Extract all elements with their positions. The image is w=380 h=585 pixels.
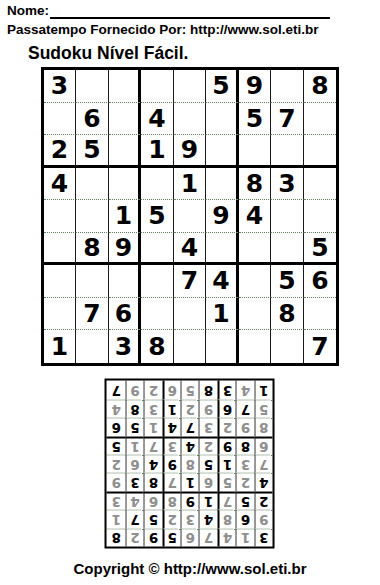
solution-cell-r5c5: 8 xyxy=(181,454,199,472)
puzzle-cell-r3c3 xyxy=(109,135,142,168)
puzzle-cell-r6c1 xyxy=(44,233,77,266)
solution-cell-r2c7: 5 xyxy=(144,509,162,527)
solution-cell-r4c5: 1 xyxy=(181,472,199,490)
solution-cell-r6c5: 4 xyxy=(181,436,199,454)
puzzle-cell-r9c7 xyxy=(239,330,272,363)
puzzle-cell-r6c8 xyxy=(271,233,304,266)
solution-cell-r2c1: 9 xyxy=(254,509,272,527)
solution-cell-r4c7: 8 xyxy=(144,472,162,490)
solution-cell-r9c3: 3 xyxy=(218,381,236,399)
solution-cell-r4c2: 2 xyxy=(236,472,254,490)
puzzle-cell-r7c5: 7 xyxy=(174,265,207,298)
name-row: Nome: xyxy=(0,0,380,19)
solution-cell-r7c7: 1 xyxy=(144,417,162,435)
puzzle-cell-r3c7 xyxy=(239,135,272,168)
solution-cell-r6c8: 1 xyxy=(126,436,144,454)
puzzle-cell-r2c4: 4 xyxy=(141,103,174,136)
puzzle-cell-r6c9: 5 xyxy=(304,233,337,266)
puzzle-cell-r7c8: 5 xyxy=(271,265,304,298)
puzzle-cell-r6c4 xyxy=(141,233,174,266)
puzzle-cell-r1c4 xyxy=(141,70,174,103)
puzzle-cell-r5c6: 9 xyxy=(206,200,239,233)
solution-cell-r9c1: 1 xyxy=(254,381,272,399)
solution-cell-r6c9: 5 xyxy=(107,436,125,454)
solution-cell-r9c6: 6 xyxy=(162,381,180,399)
puzzle-cell-r3c2: 5 xyxy=(76,135,109,168)
puzzle-cell-r7c2 xyxy=(76,265,109,298)
puzzle-cell-r6c5: 4 xyxy=(174,233,207,266)
puzzle-cell-r9c6 xyxy=(206,330,239,363)
puzzle-cell-r5c8 xyxy=(271,200,304,233)
solution-cell-r2c3: 8 xyxy=(218,509,236,527)
page-title: Sudoku Nível Fácil. xyxy=(0,38,380,63)
solution-cell-r6c7: 7 xyxy=(144,436,162,454)
solution-cell-r2c9: 1 xyxy=(107,509,125,527)
puzzle-cell-r2c5 xyxy=(174,103,207,136)
puzzle-cell-r4c3 xyxy=(109,168,142,201)
solution-cell-r1c7: 9 xyxy=(144,528,162,546)
solution-cell-r3c9: 3 xyxy=(107,491,125,509)
solution-cell-r5c9: 2 xyxy=(107,454,125,472)
solution-cell-r8c7: 3 xyxy=(144,399,162,417)
solution-cell-r5c6: 9 xyxy=(162,454,180,472)
puzzle-cell-r5c5 xyxy=(174,200,207,233)
puzzle-cell-r4c1: 4 xyxy=(44,168,77,201)
solution-cell-r6c2: 8 xyxy=(236,436,254,454)
solution-cell-r1c6: 5 xyxy=(162,528,180,546)
solution-cell-r7c4: 3 xyxy=(199,417,217,435)
solution-cell-r3c6: 8 xyxy=(162,491,180,509)
solution-cell-r5c8: 6 xyxy=(126,454,144,472)
solution-cell-r3c7: 6 xyxy=(144,491,162,509)
solution-cell-r5c1: 7 xyxy=(254,454,272,472)
puzzle-cell-r8c9 xyxy=(304,298,337,331)
puzzle-cell-r4c5: 1 xyxy=(174,168,207,201)
sudoku-puzzle-grid: 359864572519418315948945745676181387 xyxy=(41,67,340,366)
puzzle-cell-r7c6: 4 xyxy=(206,265,239,298)
puzzle-cell-r6c2: 8 xyxy=(76,233,109,266)
puzzle-cell-r8c3: 6 xyxy=(109,298,142,331)
solution-cell-r9c4: 8 xyxy=(199,381,217,399)
puzzle-cell-r1c8 xyxy=(271,70,304,103)
solution-cell-r8c3: 6 xyxy=(218,399,236,417)
solution-cell-r1c8: 2 xyxy=(126,528,144,546)
puzzle-cell-r7c9: 6 xyxy=(304,265,337,298)
puzzle-cell-r9c8 xyxy=(271,330,304,363)
puzzle-cell-r9c9: 7 xyxy=(304,330,337,363)
puzzle-cell-r6c7 xyxy=(239,233,272,266)
solution-cell-r2c5: 3 xyxy=(181,509,199,527)
puzzle-cell-r5c4: 5 xyxy=(141,200,174,233)
puzzle-cell-r1c2 xyxy=(76,70,109,103)
puzzle-cell-r1c6: 5 xyxy=(206,70,239,103)
solution-cell-r1c3: 4 xyxy=(218,528,236,546)
puzzle-cell-r4c7: 8 xyxy=(239,168,272,201)
puzzle-cell-r4c9 xyxy=(304,168,337,201)
solution-cell-r3c1: 2 xyxy=(254,491,272,509)
solution-cell-r8c6: 1 xyxy=(162,399,180,417)
puzzle-cell-r5c7: 4 xyxy=(239,200,272,233)
puzzle-cell-r8c7 xyxy=(239,298,272,331)
puzzle-cell-r8c5 xyxy=(174,298,207,331)
puzzle-cell-r9c1: 1 xyxy=(44,330,77,363)
solution-cell-r8c4: 9 xyxy=(199,399,217,417)
puzzle-cell-r6c3: 9 xyxy=(109,233,142,266)
puzzle-cell-r8c6: 1 xyxy=(206,298,239,331)
puzzle-cell-r6c6 xyxy=(206,233,239,266)
solution-cell-r8c9: 4 xyxy=(107,399,125,417)
puzzle-cell-r4c8: 3 xyxy=(271,168,304,201)
solution-cell-r2c6: 2 xyxy=(162,509,180,527)
solution-cell-r9c2: 4 xyxy=(236,381,254,399)
solution-cell-r7c6: 4 xyxy=(162,417,180,435)
puzzle-cell-r3c1: 2 xyxy=(44,135,77,168)
puzzle-cell-r2c1 xyxy=(44,103,77,136)
puzzle-cell-r9c3: 3 xyxy=(109,330,142,363)
solution-cell-r3c8: 4 xyxy=(126,491,144,509)
puzzle-cell-r4c4 xyxy=(141,168,174,201)
solution-cell-r3c4: 1 xyxy=(199,491,217,509)
puzzle-cell-r1c1: 3 xyxy=(44,70,77,103)
puzzle-cell-r7c1 xyxy=(44,265,77,298)
solution-cell-r8c8: 8 xyxy=(126,399,144,417)
solution-cell-r5c7: 4 xyxy=(144,454,162,472)
puzzle-cell-r8c8: 8 xyxy=(271,298,304,331)
solution-cell-r6c6: 3 xyxy=(162,436,180,454)
solution-cell-r4c9: 9 xyxy=(107,472,125,490)
solution-cell-r4c1: 4 xyxy=(254,472,272,490)
solution-cell-r4c3: 5 xyxy=(218,472,236,490)
puzzle-cell-r1c7: 9 xyxy=(239,70,272,103)
solution-cell-r2c2: 6 xyxy=(236,509,254,527)
solution-cell-r1c2: 1 xyxy=(236,528,254,546)
puzzle-cell-r4c6 xyxy=(206,168,239,201)
solution-cell-r1c9: 8 xyxy=(107,528,125,546)
puzzle-cell-r3c6 xyxy=(206,135,239,168)
provider-line: Passatempo Fornecido Por: http://www.sol… xyxy=(0,19,380,38)
puzzle-cell-r2c6 xyxy=(206,103,239,136)
puzzle-cell-r3c8 xyxy=(271,135,304,168)
solution-cell-r4c4: 6 xyxy=(199,472,217,490)
puzzle-cell-r8c2: 7 xyxy=(76,298,109,331)
puzzle-cell-r3c9 xyxy=(304,135,337,168)
solution-cell-r7c3: 2 xyxy=(218,417,236,435)
puzzle-cell-r8c4 xyxy=(141,298,174,331)
puzzle-cell-r4c2 xyxy=(76,168,109,201)
solution-cell-r2c8: 7 xyxy=(126,509,144,527)
solution-cell-r6c3: 9 xyxy=(218,436,236,454)
puzzle-cell-r7c4 xyxy=(141,265,174,298)
solution-cell-r4c6: 7 xyxy=(162,472,180,490)
solution-cell-r6c4: 2 xyxy=(199,436,217,454)
solution-cell-r7c5: 7 xyxy=(181,417,199,435)
puzzle-cell-r1c9: 8 xyxy=(304,70,337,103)
puzzle-cell-r5c2 xyxy=(76,200,109,233)
puzzle-cell-r2c9 xyxy=(304,103,337,136)
solution-cell-r9c8: 9 xyxy=(126,381,144,399)
solution-cell-r5c3: 1 xyxy=(218,454,236,472)
puzzle-cell-r5c3: 1 xyxy=(109,200,142,233)
puzzle-cell-r2c7: 5 xyxy=(239,103,272,136)
copyright-line: Copyright © http://www.sol.eti.br xyxy=(0,560,380,578)
solution-cell-r7c1: 8 xyxy=(254,417,272,435)
solution-cell-r7c2: 9 xyxy=(236,417,254,435)
sudoku-worksheet-page: Nome: Passatempo Fornecido Por: http://w… xyxy=(0,0,380,585)
solution-grid-area: 3147659289684325712571986434256178397315… xyxy=(0,379,380,549)
puzzle-cell-r3c4: 1 xyxy=(141,135,174,168)
solution-cell-r9c5: 5 xyxy=(181,381,199,399)
puzzle-cell-r1c5 xyxy=(174,70,207,103)
puzzle-cell-r2c8: 7 xyxy=(271,103,304,136)
solution-cell-r5c2: 3 xyxy=(236,454,254,472)
puzzle-cell-r9c2 xyxy=(76,330,109,363)
solution-cell-r9c9: 7 xyxy=(107,381,125,399)
puzzle-cell-r7c3 xyxy=(109,265,142,298)
solution-cell-r4c8: 3 xyxy=(126,472,144,490)
solution-cell-r6c1: 6 xyxy=(254,436,272,454)
name-blank-line xyxy=(50,4,330,19)
solution-cell-r8c5: 2 xyxy=(181,399,199,417)
solution-cell-r1c4: 7 xyxy=(199,528,217,546)
puzzle-cell-r1c3 xyxy=(109,70,142,103)
solution-cell-r7c9: 6 xyxy=(107,417,125,435)
solution-cell-r8c1: 5 xyxy=(254,399,272,417)
name-label: Nome: xyxy=(7,3,49,19)
puzzle-cell-r5c9 xyxy=(304,200,337,233)
puzzle-cell-r9c5 xyxy=(174,330,207,363)
puzzle-cell-r5c1 xyxy=(44,200,77,233)
puzzle-cell-r2c2: 6 xyxy=(76,103,109,136)
solution-cell-r9c7: 2 xyxy=(144,381,162,399)
puzzle-cell-r2c3 xyxy=(109,103,142,136)
solution-cell-r3c2: 5 xyxy=(236,491,254,509)
solution-cell-r3c3: 7 xyxy=(218,491,236,509)
solution-cell-r5c4: 5 xyxy=(199,454,217,472)
solution-cell-r8c2: 7 xyxy=(236,399,254,417)
solution-cell-r2c4: 4 xyxy=(199,509,217,527)
puzzle-cell-r3c5: 9 xyxy=(174,135,207,168)
solution-cell-r3c5: 9 xyxy=(181,491,199,509)
solution-cell-r1c1: 3 xyxy=(254,528,272,546)
puzzle-cell-r8c1 xyxy=(44,298,77,331)
puzzle-cell-r7c7 xyxy=(239,265,272,298)
puzzle-grid-area: 359864572519418315948945745676181387 xyxy=(0,67,380,366)
solution-cell-r1c5: 6 xyxy=(181,528,199,546)
solution-cell-r7c8: 5 xyxy=(126,417,144,435)
sudoku-solution-grid-upside-down: 3147659289684325712571986434256178397315… xyxy=(105,379,275,549)
puzzle-cell-r9c4: 8 xyxy=(141,330,174,363)
